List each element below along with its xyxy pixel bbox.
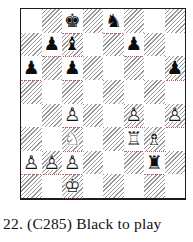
square-b2: ♟♙: [42, 151, 63, 175]
black-pawn-c6: ♟: [62, 58, 82, 78]
white-pawn-f4: ♟♙: [124, 105, 144, 125]
square-e8: ♞: [103, 9, 124, 33]
square-f4: ♟♙: [124, 104, 145, 128]
square-d6: [83, 56, 104, 80]
black-pawn-a6: ♟: [21, 58, 41, 78]
black-rook-g2: ♜: [144, 153, 164, 173]
black-pawn-f7: ♟: [124, 34, 144, 54]
square-a5: [21, 80, 42, 104]
square-c7: ♝: [62, 33, 83, 57]
square-f8: [124, 9, 145, 33]
square-e3: [103, 127, 124, 151]
square-c8: ♚: [62, 9, 83, 33]
square-h5: [165, 80, 186, 104]
square-b5: [42, 80, 63, 104]
white-bishop-g3: ♝♗: [144, 129, 164, 149]
white-pawn-c4: ♟♙: [62, 105, 82, 125]
chess-board: ♚♞♟♝♟♟♟♟♟♙♟♙♟♙♞♘♜♖♝♗♟♙♟♙♟♙♜♚♔: [20, 8, 186, 200]
white-pawn-a2: ♟♙: [21, 153, 41, 173]
square-c3: ♞♘: [62, 127, 83, 151]
square-g4: [144, 104, 165, 128]
square-h8: [165, 9, 186, 33]
black-pawn-h6: ♟: [165, 58, 185, 78]
square-h2: [165, 151, 186, 175]
square-f6: [124, 56, 145, 80]
square-g3: ♝♗: [144, 127, 165, 151]
square-d8: [83, 9, 104, 33]
square-d4: [83, 104, 104, 128]
square-a6: ♟: [21, 56, 42, 80]
square-b1: [42, 174, 63, 198]
square-f3: ♜♖: [124, 127, 145, 151]
white-pawn-b2: ♟♙: [42, 153, 62, 173]
square-c5: [62, 80, 83, 104]
square-f7: ♟: [124, 33, 145, 57]
square-g8: [144, 9, 165, 33]
square-a2: ♟♙: [21, 151, 42, 175]
black-pawn-b7: ♟: [42, 34, 62, 54]
square-e6: [103, 56, 124, 80]
square-d7: [83, 33, 104, 57]
square-h4: ♟♙: [165, 104, 186, 128]
chess-diagram: ♚♞♟♝♟♟♟♟♟♙♟♙♟♙♞♘♜♖♝♗♟♙♟♙♟♙♜♚♔ 22. (C285)…: [0, 0, 193, 242]
square-e5: [103, 80, 124, 104]
square-b4: [42, 104, 63, 128]
square-c6: ♟: [62, 56, 83, 80]
square-a8: [21, 9, 42, 33]
white-king-c1: ♚♔: [62, 176, 82, 196]
square-e2: [103, 151, 124, 175]
white-pawn-h4: ♟♙: [165, 105, 185, 125]
square-g2: ♜: [144, 151, 165, 175]
white-pawn-c2: ♟♙: [62, 153, 82, 173]
white-rook-f3: ♜♖: [124, 129, 144, 149]
square-g1: [144, 174, 165, 198]
square-h1: [165, 174, 186, 198]
square-d1: [83, 174, 104, 198]
square-a1: [21, 174, 42, 198]
black-king-c8: ♚: [62, 11, 82, 31]
square-g5: [144, 80, 165, 104]
square-a3: [21, 127, 42, 151]
square-f2: [124, 151, 145, 175]
square-b8: [42, 9, 63, 33]
square-a7: [21, 33, 42, 57]
square-e1: [103, 174, 124, 198]
square-c2: ♟♙: [62, 151, 83, 175]
black-knight-e8: ♞: [103, 11, 123, 31]
square-d2: [83, 151, 104, 175]
square-b7: ♟: [42, 33, 63, 57]
square-h7: [165, 33, 186, 57]
square-g7: [144, 33, 165, 57]
square-h3: [165, 127, 186, 151]
square-f5: [124, 80, 145, 104]
square-b6: [42, 56, 63, 80]
square-c1: ♚♔: [62, 174, 83, 198]
square-f1: [124, 174, 145, 198]
square-e7: [103, 33, 124, 57]
square-a4: [21, 104, 42, 128]
diagram-caption: 22. (C285) Black to play: [3, 215, 161, 233]
square-d5: [83, 80, 104, 104]
white-knight-c3: ♞♘: [62, 129, 82, 149]
square-d3: [83, 127, 104, 151]
square-c4: ♟♙: [62, 104, 83, 128]
square-g6: [144, 56, 165, 80]
square-e4: [103, 104, 124, 128]
black-bishop-c7: ♝: [62, 34, 82, 54]
square-h6: ♟: [165, 56, 186, 80]
square-b3: [42, 127, 63, 151]
